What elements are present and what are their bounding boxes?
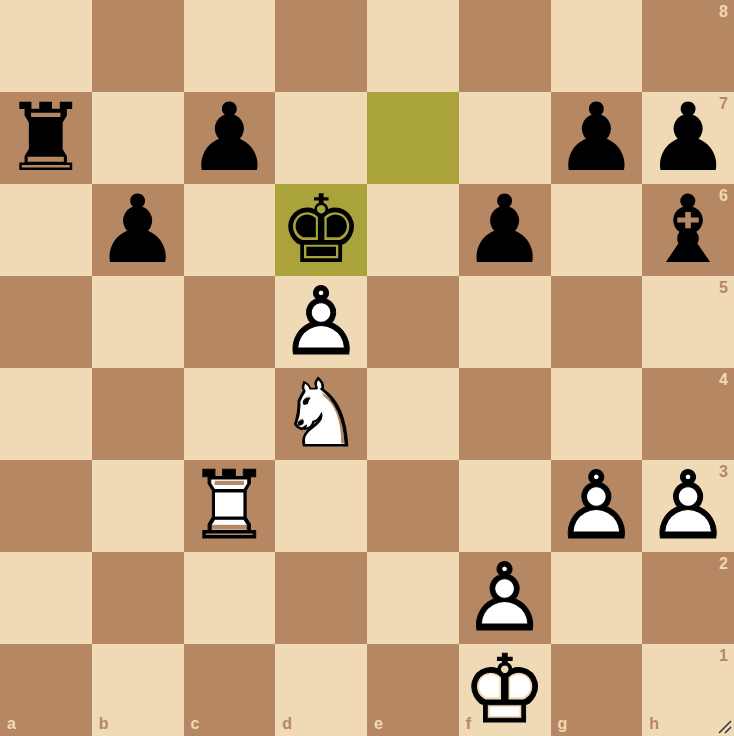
square-f7[interactable] (459, 92, 551, 184)
black-pawn[interactable]: ♟ (92, 184, 184, 276)
square-b7[interactable] (92, 92, 184, 184)
square-e4[interactable] (367, 368, 459, 460)
square-f2[interactable]: ♟♙ (459, 552, 551, 644)
black-pawn[interactable]: ♟ (459, 184, 551, 276)
rank-label-5: 5 (719, 279, 728, 297)
square-e7[interactable] (367, 92, 459, 184)
white-pawn-outline: ♙ (459, 552, 551, 644)
square-e5[interactable] (367, 276, 459, 368)
square-c5[interactable] (184, 276, 276, 368)
square-e6[interactable] (367, 184, 459, 276)
file-label-d: d (282, 715, 292, 733)
black-king[interactable]: ♚ (275, 184, 367, 276)
resize-handle-icon[interactable] (718, 720, 732, 734)
square-a1[interactable]: a (0, 644, 92, 736)
square-c3[interactable]: ♜♖ (184, 460, 276, 552)
white-pawn[interactable]: ♟♙ (551, 460, 643, 552)
square-g8[interactable] (551, 0, 643, 92)
black-pawn-fill: ♟ (184, 92, 276, 184)
square-g3[interactable]: ♟♙ (551, 460, 643, 552)
square-c7[interactable]: ♟ (184, 92, 276, 184)
square-a7[interactable]: ♜ (0, 92, 92, 184)
square-b8[interactable] (92, 0, 184, 92)
file-label-a: a (7, 715, 16, 733)
black-pawn-fill: ♟ (642, 92, 734, 184)
white-rook[interactable]: ♜♖ (184, 460, 276, 552)
square-d5[interactable]: ♟♙ (275, 276, 367, 368)
square-f3[interactable] (459, 460, 551, 552)
square-g7[interactable]: ♟ (551, 92, 643, 184)
chess-board: 8♜♟♟♟7♟♚♟♝6♟♙5♞♘4♜♖♟♙♟♙3♟♙2abcde♚♔fg1h (0, 0, 734, 736)
square-b4[interactable] (92, 368, 184, 460)
square-a2[interactable] (0, 552, 92, 644)
square-h1[interactable]: 1h (642, 644, 734, 736)
black-king-fill: ♚ (275, 184, 367, 276)
square-h3[interactable]: ♟♙3 (642, 460, 734, 552)
square-e3[interactable] (367, 460, 459, 552)
file-label-c: c (191, 715, 200, 733)
black-rook-fill: ♜ (0, 92, 92, 184)
file-label-e: e (374, 715, 383, 733)
black-pawn-fill: ♟ (459, 184, 551, 276)
square-e2[interactable] (367, 552, 459, 644)
square-g5[interactable] (551, 276, 643, 368)
square-f6[interactable]: ♟ (459, 184, 551, 276)
white-pawn[interactable]: ♟♙ (275, 276, 367, 368)
rank-label-1: 1 (719, 647, 728, 665)
square-d1[interactable]: d (275, 644, 367, 736)
square-d8[interactable] (275, 0, 367, 92)
square-d4[interactable]: ♞♘ (275, 368, 367, 460)
square-f1[interactable]: ♚♔f (459, 644, 551, 736)
white-pawn[interactable]: ♟♙ (642, 460, 734, 552)
white-pawn-outline: ♙ (642, 460, 734, 552)
square-g1[interactable]: g (551, 644, 643, 736)
square-a6[interactable] (0, 184, 92, 276)
square-h5[interactable]: 5 (642, 276, 734, 368)
square-f8[interactable] (459, 0, 551, 92)
square-c8[interactable] (184, 0, 276, 92)
white-pawn-outline: ♙ (551, 460, 643, 552)
black-pawn-fill: ♟ (92, 184, 184, 276)
black-pawn[interactable]: ♟ (551, 92, 643, 184)
white-pawn[interactable]: ♟♙ (459, 552, 551, 644)
rank-label-2: 2 (719, 555, 728, 573)
square-b3[interactable] (92, 460, 184, 552)
square-h7[interactable]: ♟7 (642, 92, 734, 184)
square-d2[interactable] (275, 552, 367, 644)
square-c1[interactable]: c (184, 644, 276, 736)
black-bishop-fill: ♝ (642, 184, 734, 276)
rank-label-8: 8 (719, 3, 728, 21)
square-b5[interactable] (92, 276, 184, 368)
square-g2[interactable] (551, 552, 643, 644)
square-c4[interactable] (184, 368, 276, 460)
black-pawn[interactable]: ♟ (642, 92, 734, 184)
white-knight-outline: ♘ (275, 368, 367, 460)
square-a3[interactable] (0, 460, 92, 552)
file-label-g: g (558, 715, 568, 733)
square-h4[interactable]: 4 (642, 368, 734, 460)
square-c6[interactable] (184, 184, 276, 276)
square-g6[interactable] (551, 184, 643, 276)
square-d6[interactable]: ♚ (275, 184, 367, 276)
square-a4[interactable] (0, 368, 92, 460)
black-bishop[interactable]: ♝ (642, 184, 734, 276)
square-b1[interactable]: b (92, 644, 184, 736)
white-rook-outline: ♖ (184, 460, 276, 552)
white-knight[interactable]: ♞♘ (275, 368, 367, 460)
square-a8[interactable] (0, 0, 92, 92)
square-c2[interactable] (184, 552, 276, 644)
square-h6[interactable]: ♝6 (642, 184, 734, 276)
square-a5[interactable] (0, 276, 92, 368)
square-g4[interactable] (551, 368, 643, 460)
square-h2[interactable]: 2 (642, 552, 734, 644)
black-rook[interactable]: ♜ (0, 92, 92, 184)
white-king-outline: ♔ (459, 644, 551, 736)
file-label-h: h (649, 715, 659, 733)
square-f5[interactable] (459, 276, 551, 368)
square-b6[interactable]: ♟ (92, 184, 184, 276)
black-pawn-fill: ♟ (551, 92, 643, 184)
square-f4[interactable] (459, 368, 551, 460)
square-h8[interactable]: 8 (642, 0, 734, 92)
square-e1[interactable]: e (367, 644, 459, 736)
white-king[interactable]: ♚♔ (459, 644, 551, 736)
square-d7[interactable] (275, 92, 367, 184)
white-pawn-outline: ♙ (275, 276, 367, 368)
square-e8[interactable] (367, 0, 459, 92)
file-label-b: b (99, 715, 109, 733)
square-d3[interactable] (275, 460, 367, 552)
black-pawn[interactable]: ♟ (184, 92, 276, 184)
rank-label-4: 4 (719, 371, 728, 389)
square-b2[interactable] (92, 552, 184, 644)
